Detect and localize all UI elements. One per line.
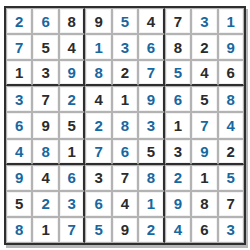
cell-r7c3[interactable]: 6: [59, 165, 85, 191]
cell-r5c2[interactable]: 9: [32, 112, 58, 138]
cell-r6c4[interactable]: 7: [85, 139, 111, 165]
cell-r9c6[interactable]: 2: [138, 217, 164, 243]
cell-r1c3[interactable]: 8: [59, 8, 85, 34]
cell-r8c3[interactable]: 3: [59, 191, 85, 217]
cell-r1c6[interactable]: 4: [138, 8, 164, 34]
cell-r5c5[interactable]: 8: [112, 112, 138, 138]
cell-r4c9[interactable]: 8: [218, 86, 244, 112]
cell-r3c6[interactable]: 7: [138, 60, 164, 86]
cell-r6c3[interactable]: 1: [59, 139, 85, 165]
cell-r1c8[interactable]: 3: [191, 8, 217, 34]
cell-r8c8[interactable]: 8: [191, 191, 217, 217]
cell-r8c6[interactable]: 1: [138, 191, 164, 217]
cell-r6c2[interactable]: 8: [32, 139, 58, 165]
cell-r6c6[interactable]: 5: [138, 139, 164, 165]
cell-r3c4[interactable]: 8: [85, 60, 111, 86]
cell-r8c1[interactable]: 5: [6, 191, 32, 217]
cell-r9c2[interactable]: 1: [32, 217, 58, 243]
cell-r5c1[interactable]: 6: [6, 112, 32, 138]
cell-r9c1[interactable]: 8: [6, 217, 32, 243]
cell-r7c6[interactable]: 8: [138, 165, 164, 191]
cell-r7c2[interactable]: 4: [32, 165, 58, 191]
cell-r6c9[interactable]: 2: [218, 139, 244, 165]
cell-r1c7[interactable]: 7: [165, 8, 191, 34]
cell-r2c9[interactable]: 9: [218, 34, 244, 60]
cell-r4c3[interactable]: 2: [59, 86, 85, 112]
cell-r4c4[interactable]: 4: [85, 86, 111, 112]
cell-r3c3[interactable]: 9: [59, 60, 85, 86]
cell-r9c9[interactable]: 3: [218, 217, 244, 243]
cell-r4c2[interactable]: 7: [32, 86, 58, 112]
cell-r2c3[interactable]: 4: [59, 34, 85, 60]
cell-r5c6[interactable]: 3: [138, 112, 164, 138]
cell-r9c5[interactable]: 9: [112, 217, 138, 243]
cell-r1c5[interactable]: 5: [112, 8, 138, 34]
cell-r7c9[interactable]: 5: [218, 165, 244, 191]
cell-r8c2[interactable]: 2: [32, 191, 58, 217]
cell-r7c4[interactable]: 3: [85, 165, 111, 191]
cell-r6c8[interactable]: 9: [191, 139, 217, 165]
cell-r6c7[interactable]: 3: [165, 139, 191, 165]
cell-r4c1[interactable]: 3: [6, 86, 32, 112]
sudoku-board: 2689547317541368291398275463724196586952…: [4, 6, 246, 245]
cell-r4c8[interactable]: 5: [191, 86, 217, 112]
cell-r5c8[interactable]: 7: [191, 112, 217, 138]
cell-r2c4[interactable]: 1: [85, 34, 111, 60]
cell-r1c2[interactable]: 6: [32, 8, 58, 34]
cell-r6c5[interactable]: 6: [112, 139, 138, 165]
cell-r4c7[interactable]: 6: [165, 86, 191, 112]
cell-r4c5[interactable]: 1: [112, 86, 138, 112]
cell-r8c7[interactable]: 9: [165, 191, 191, 217]
cell-r7c7[interactable]: 2: [165, 165, 191, 191]
cell-r2c8[interactable]: 2: [191, 34, 217, 60]
cell-r1c1[interactable]: 2: [6, 8, 32, 34]
cell-r2c5[interactable]: 3: [112, 34, 138, 60]
cell-r8c5[interactable]: 4: [112, 191, 138, 217]
cell-r1c4[interactable]: 9: [85, 8, 111, 34]
cell-r9c4[interactable]: 5: [85, 217, 111, 243]
cell-r2c7[interactable]: 8: [165, 34, 191, 60]
cell-r7c8[interactable]: 1: [191, 165, 217, 191]
cell-r5c4[interactable]: 2: [85, 112, 111, 138]
cell-r3c2[interactable]: 3: [32, 60, 58, 86]
cell-r5c7[interactable]: 1: [165, 112, 191, 138]
cell-r3c8[interactable]: 4: [191, 60, 217, 86]
cell-r1c9[interactable]: 1: [218, 8, 244, 34]
cell-r2c6[interactable]: 6: [138, 34, 164, 60]
cell-r5c9[interactable]: 4: [218, 112, 244, 138]
cell-r3c5[interactable]: 2: [112, 60, 138, 86]
cell-r8c4[interactable]: 6: [85, 191, 111, 217]
cell-r2c2[interactable]: 5: [32, 34, 58, 60]
cell-r9c8[interactable]: 6: [191, 217, 217, 243]
cell-r6c1[interactable]: 4: [6, 139, 32, 165]
cell-r7c1[interactable]: 9: [6, 165, 32, 191]
cell-r9c3[interactable]: 7: [59, 217, 85, 243]
cell-r8c9[interactable]: 7: [218, 191, 244, 217]
cell-r3c9[interactable]: 6: [218, 60, 244, 86]
cell-r4c6[interactable]: 9: [138, 86, 164, 112]
cell-r7c5[interactable]: 7: [112, 165, 138, 191]
cell-r9c7[interactable]: 4: [165, 217, 191, 243]
cell-r2c1[interactable]: 7: [6, 34, 32, 60]
cell-r3c1[interactable]: 1: [6, 60, 32, 86]
cell-r3c7[interactable]: 5: [165, 60, 191, 86]
cell-r5c3[interactable]: 5: [59, 112, 85, 138]
